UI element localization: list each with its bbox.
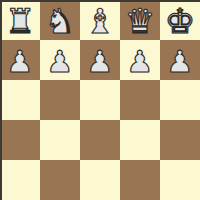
chess-board-area: ♜♞♝♛♚♟♟♟♟♟ — [0, 0, 200, 200]
square-0-3[interactable]: ♛ — [120, 0, 160, 40]
piece-white-knight[interactable]: ♞ — [45, 1, 75, 40]
square-4-4[interactable] — [160, 160, 200, 200]
square-1-2[interactable]: ♟ — [80, 40, 120, 80]
piece-white-pawn[interactable]: ♟ — [167, 42, 194, 80]
square-3-4[interactable] — [160, 120, 200, 160]
piece-white-queen[interactable]: ♛ — [125, 1, 155, 40]
square-2-0[interactable] — [0, 80, 40, 120]
square-3-3[interactable] — [120, 120, 160, 160]
piece-white-pawn[interactable]: ♟ — [87, 42, 114, 80]
square-3-1[interactable] — [40, 120, 80, 160]
square-0-4[interactable]: ♚ — [160, 0, 200, 40]
piece-white-rook[interactable]: ♜ — [5, 1, 35, 40]
piece-white-pawn[interactable]: ♟ — [7, 42, 34, 80]
square-0-1[interactable]: ♞ — [40, 0, 80, 40]
square-2-3[interactable] — [120, 80, 160, 120]
chess-board: ♜♞♝♛♚♟♟♟♟♟ — [0, 0, 200, 200]
piece-white-bishop[interactable]: ♝ — [85, 1, 115, 40]
square-4-1[interactable] — [40, 160, 80, 200]
piece-white-pawn[interactable]: ♟ — [47, 42, 74, 80]
piece-white-pawn[interactable]: ♟ — [127, 42, 154, 80]
square-1-3[interactable]: ♟ — [120, 40, 160, 80]
square-2-1[interactable] — [40, 80, 80, 120]
square-1-0[interactable]: ♟ — [0, 40, 40, 80]
square-2-2[interactable] — [80, 80, 120, 120]
square-0-0[interactable]: ♜ — [0, 0, 40, 40]
square-4-3[interactable] — [120, 160, 160, 200]
square-1-4[interactable]: ♟ — [160, 40, 200, 80]
square-4-0[interactable] — [0, 160, 40, 200]
square-4-2[interactable] — [80, 160, 120, 200]
square-3-0[interactable] — [0, 120, 40, 160]
piece-white-king[interactable]: ♚ — [165, 1, 195, 40]
square-2-4[interactable] — [160, 80, 200, 120]
square-1-1[interactable]: ♟ — [40, 40, 80, 80]
square-0-2[interactable]: ♝ — [80, 0, 120, 40]
square-3-2[interactable] — [80, 120, 120, 160]
